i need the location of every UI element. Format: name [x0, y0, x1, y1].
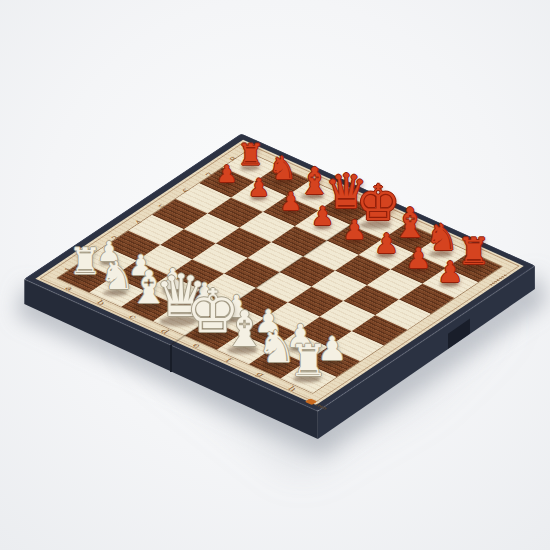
piece-red-knight-b8[interactable]: ♞ — [268, 154, 296, 186]
piece-red-pawn-c7[interactable]: ♟ — [280, 190, 302, 215]
piece-red-pawn-a7[interactable]: ♟ — [216, 163, 237, 186]
piece-white-rook-h1[interactable]: ♜ — [289, 339, 328, 383]
piece-red-pawn-g7[interactable]: ♟ — [406, 244, 431, 272]
brand-logo-text — [315, 403, 328, 409]
piece-red-pawn-e7[interactable]: ♟ — [343, 217, 367, 244]
piece-red-pawn-h7[interactable]: ♟ — [437, 258, 463, 287]
piece-red-pawn-f7[interactable]: ♟ — [374, 231, 398, 258]
piece-red-pawn-b7[interactable]: ♟ — [248, 176, 270, 200]
chess-set-photo: 12345678abcdefgh ♜♞♟♝♟♛♟♚♟♝♟♞♟♟♜♟♟♜♟♟♞♟♝… — [0, 0, 550, 550]
border-fine-print — [489, 274, 507, 285]
piece-red-rook-a8[interactable]: ♜ — [237, 141, 264, 171]
piece-white-rook-a1[interactable]: ♜ — [69, 245, 102, 282]
piece-red-pawn-d7[interactable]: ♟ — [311, 203, 334, 229]
